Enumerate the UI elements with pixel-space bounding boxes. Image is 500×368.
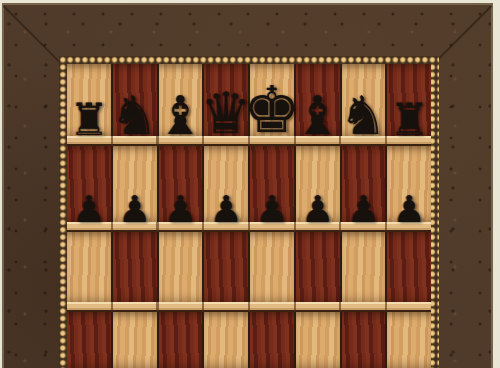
square-f8[interactable]: ♝ xyxy=(296,64,340,136)
piece-black-bishop: ♝ xyxy=(157,89,205,142)
square-a7[interactable]: ♟ xyxy=(67,146,111,222)
piece-black-pawn: ♟ xyxy=(347,191,380,228)
square-e7[interactable]: ♟ xyxy=(250,146,294,222)
piece-shelf xyxy=(67,302,431,312)
square-b5[interactable] xyxy=(113,312,157,368)
square-f7[interactable]: ♟ xyxy=(296,146,340,222)
square-c5[interactable] xyxy=(159,312,203,368)
square-c7[interactable]: ♟ xyxy=(159,146,203,222)
piece-black-pawn: ♟ xyxy=(255,191,288,228)
piece-black-king: ♚ xyxy=(243,78,300,142)
rank-7: ♟♟♟♟♟♟♟♟ xyxy=(67,146,431,222)
piece-black-rook: ♜ xyxy=(389,97,429,142)
square-g8[interactable]: ♞ xyxy=(342,64,386,136)
square-h7[interactable]: ♟ xyxy=(387,146,431,222)
piece-black-pawn: ♟ xyxy=(393,191,426,228)
square-a8[interactable]: ♜ xyxy=(67,64,111,136)
gold-bead-trim: ♜♞♝♛♚♝♞♜♟♟♟♟♟♟♟♟ xyxy=(59,56,439,368)
square-f5[interactable] xyxy=(296,312,340,368)
frame-miter-top-left xyxy=(3,5,64,66)
square-d7[interactable]: ♟ xyxy=(204,146,248,222)
frame-miter-top-right xyxy=(432,5,493,66)
photo-stage: ♜♞♝♛♚♝♞♜♟♟♟♟♟♟♟♟ xyxy=(0,0,500,368)
square-g5[interactable] xyxy=(342,312,386,368)
square-b7[interactable]: ♟ xyxy=(113,146,157,222)
square-d5[interactable] xyxy=(204,312,248,368)
piece-black-rook: ♜ xyxy=(69,97,109,142)
rank-5 xyxy=(67,312,431,368)
square-g7[interactable]: ♟ xyxy=(342,146,386,222)
square-f6[interactable] xyxy=(296,232,340,302)
square-d6[interactable] xyxy=(204,232,248,302)
square-b6[interactable] xyxy=(113,232,157,302)
square-e8[interactable]: ♚ xyxy=(250,64,294,136)
square-g6[interactable] xyxy=(342,232,386,302)
square-h6[interactable] xyxy=(387,232,431,302)
piece-black-pawn: ♟ xyxy=(118,191,151,228)
piece-black-knight: ♞ xyxy=(340,89,388,142)
square-h8[interactable]: ♜ xyxy=(387,64,431,136)
piece-black-knight: ♞ xyxy=(111,89,159,142)
piece-black-bishop: ♝ xyxy=(294,89,342,142)
piece-black-pawn: ♟ xyxy=(210,191,243,228)
square-c6[interactable] xyxy=(159,232,203,302)
square-c8[interactable]: ♝ xyxy=(159,64,203,136)
square-a6[interactable] xyxy=(67,232,111,302)
square-b8[interactable]: ♞ xyxy=(113,64,157,136)
piece-black-pawn: ♟ xyxy=(301,191,334,228)
square-e6[interactable] xyxy=(250,232,294,302)
rank-8: ♜♞♝♛♚♝♞♜ xyxy=(67,64,431,136)
piece-black-pawn: ♟ xyxy=(72,191,105,228)
rank-6 xyxy=(67,232,431,302)
square-d8[interactable]: ♛ xyxy=(204,64,248,136)
square-a5[interactable] xyxy=(67,312,111,368)
square-e5[interactable] xyxy=(250,312,294,368)
square-h5[interactable] xyxy=(387,312,431,368)
piece-black-pawn: ♟ xyxy=(164,191,197,228)
chess-board: ♜♞♝♛♚♝♞♜♟♟♟♟♟♟♟♟ xyxy=(67,64,431,368)
